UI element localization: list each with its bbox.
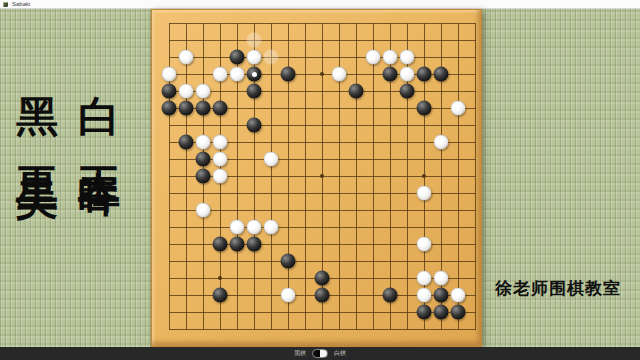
board-grid[interactable] bbox=[169, 23, 476, 330]
black-stone[interactable] bbox=[281, 67, 296, 82]
black-stone[interactable] bbox=[451, 305, 466, 320]
white-stone[interactable] bbox=[417, 186, 432, 201]
black-stone[interactable] bbox=[383, 67, 398, 82]
white-stone[interactable] bbox=[400, 67, 415, 82]
ghost-white-stone bbox=[247, 33, 262, 48]
black-stone[interactable] bbox=[213, 237, 228, 252]
white-stone[interactable] bbox=[417, 288, 432, 303]
app-window: Sabaki 黑 王星昊 白 王春晖 徐老师围棋教室 黑棋 白棋 bbox=[0, 0, 640, 360]
last-move-marker bbox=[252, 72, 257, 77]
black-stone[interactable] bbox=[162, 84, 177, 99]
black-stone[interactable] bbox=[247, 237, 262, 252]
white-stone[interactable] bbox=[281, 288, 296, 303]
black-stone[interactable] bbox=[281, 254, 296, 269]
white-stone[interactable] bbox=[451, 288, 466, 303]
white-stone[interactable] bbox=[196, 84, 211, 99]
hoshi-point bbox=[320, 174, 324, 178]
white-stone[interactable] bbox=[230, 67, 245, 82]
white-stone[interactable] bbox=[332, 67, 347, 82]
black-stone[interactable] bbox=[213, 101, 228, 116]
white-stone[interactable] bbox=[213, 67, 228, 82]
white-color-label: 白 bbox=[78, 62, 120, 67]
white-stone[interactable] bbox=[366, 50, 381, 65]
black-stone[interactable] bbox=[434, 288, 449, 303]
white-stone[interactable] bbox=[213, 169, 228, 184]
black-stone[interactable] bbox=[179, 135, 194, 150]
black-stone[interactable] bbox=[196, 152, 211, 167]
white-stone[interactable] bbox=[213, 152, 228, 167]
sabaki-app-icon bbox=[3, 2, 8, 7]
white-indicator-label: 白棋 bbox=[334, 347, 346, 360]
black-stone[interactable] bbox=[230, 50, 245, 65]
white-stone[interactable] bbox=[417, 237, 432, 252]
white-stone[interactable] bbox=[451, 101, 466, 116]
black-stone[interactable] bbox=[434, 67, 449, 82]
hoshi-point bbox=[422, 174, 426, 178]
black-stone[interactable] bbox=[179, 101, 194, 116]
black-stone[interactable] bbox=[400, 84, 415, 99]
white-stone[interactable] bbox=[213, 135, 228, 150]
black-stone[interactable] bbox=[417, 305, 432, 320]
black-stone[interactable] bbox=[315, 271, 330, 286]
white-stone[interactable] bbox=[434, 135, 449, 150]
white-stone[interactable] bbox=[264, 220, 279, 235]
black-stone[interactable] bbox=[434, 305, 449, 320]
white-player-name: 王春晖 bbox=[78, 134, 120, 149]
black-stone[interactable] bbox=[196, 169, 211, 184]
white-stone[interactable] bbox=[383, 50, 398, 65]
black-stone[interactable] bbox=[162, 101, 177, 116]
white-stone[interactable] bbox=[179, 50, 194, 65]
bottom-bar: 黑棋 白棋 bbox=[0, 347, 640, 360]
black-player-name: 王星昊 bbox=[16, 134, 58, 149]
black-stone[interactable] bbox=[247, 67, 262, 82]
black-stone[interactable] bbox=[247, 118, 262, 133]
title-bar: Sabaki bbox=[0, 0, 640, 9]
white-stone[interactable] bbox=[400, 50, 415, 65]
black-stone[interactable] bbox=[213, 288, 228, 303]
classroom-watermark: 徐老师围棋教室 bbox=[495, 277, 640, 300]
black-stone[interactable] bbox=[196, 101, 211, 116]
black-stone[interactable] bbox=[417, 101, 432, 116]
black-stone[interactable] bbox=[247, 84, 262, 99]
white-stone[interactable] bbox=[196, 203, 211, 218]
white-stone[interactable] bbox=[264, 152, 279, 167]
white-stone[interactable] bbox=[179, 84, 194, 99]
hoshi-point bbox=[320, 72, 324, 76]
black-stone[interactable] bbox=[417, 67, 432, 82]
white-stone[interactable] bbox=[417, 271, 432, 286]
black-stone[interactable] bbox=[383, 288, 398, 303]
white-stone[interactable] bbox=[196, 135, 211, 150]
white-stone[interactable] bbox=[230, 220, 245, 235]
white-stone[interactable] bbox=[247, 220, 262, 235]
white-stone[interactable] bbox=[162, 67, 177, 82]
black-color-label: 黑 bbox=[16, 64, 58, 69]
ghost-white-stone bbox=[264, 50, 279, 65]
white-stone[interactable] bbox=[434, 271, 449, 286]
black-stone[interactable] bbox=[349, 84, 364, 99]
window-title: Sabaki bbox=[12, 0, 30, 8]
black-stone[interactable] bbox=[230, 237, 245, 252]
white-stone[interactable] bbox=[247, 50, 262, 65]
black-white-stone-toggle-icon[interactable] bbox=[312, 349, 328, 358]
hoshi-point bbox=[218, 276, 222, 280]
black-indicator-label: 黑棋 bbox=[294, 347, 306, 360]
black-stone[interactable] bbox=[315, 288, 330, 303]
go-board[interactable] bbox=[151, 9, 482, 347]
